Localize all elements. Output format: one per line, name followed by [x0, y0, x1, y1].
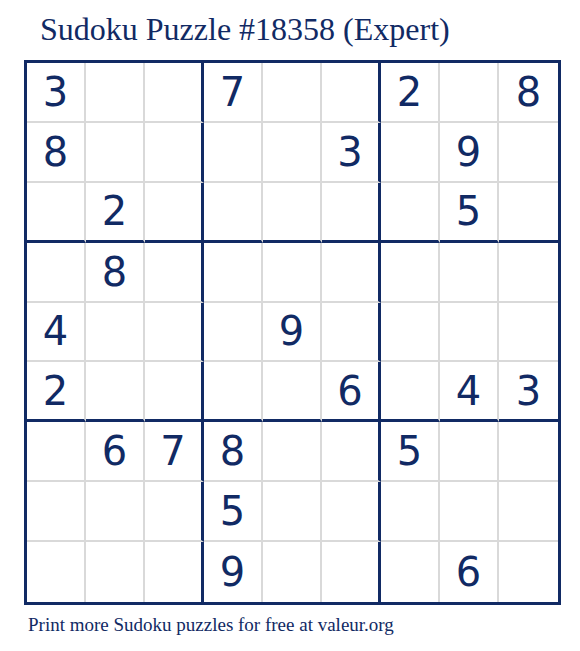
- sudoku-cell-r1c7: 2: [381, 63, 440, 123]
- sudoku-cell-r6c3: [145, 362, 204, 422]
- sudoku-cell-r7c8: [440, 422, 499, 482]
- sudoku-cell-r8c2: [86, 482, 145, 542]
- sudoku-cell-r6c1: 2: [27, 362, 86, 422]
- sudoku-cell-r2c3: [145, 123, 204, 183]
- sudoku-cell-r4c8: [440, 243, 499, 303]
- sudoku-cell-r2c1: 8: [27, 123, 86, 183]
- sudoku-cell-r4c5: [263, 243, 322, 303]
- sudoku-cell-r3c3: [145, 183, 204, 243]
- sudoku-cell-r9c9: [499, 542, 558, 602]
- sudoku-cell-r5c7: [381, 303, 440, 363]
- sudoku-cell-r6c5: [263, 362, 322, 422]
- sudoku-cell-r5c6: [322, 303, 381, 363]
- sudoku-cell-r8c7: [381, 482, 440, 542]
- sudoku-cell-r7c1: [27, 422, 86, 482]
- sudoku-cell-r5c1: 4: [27, 303, 86, 363]
- sudoku-cell-r6c8: 4: [440, 362, 499, 422]
- sudoku-cell-r5c2: [86, 303, 145, 363]
- sudoku-cell-r2c2: [86, 123, 145, 183]
- sudoku-cell-r4c7: [381, 243, 440, 303]
- sudoku-cell-r2c8: 9: [440, 123, 499, 183]
- sudoku-cell-r9c6: [322, 542, 381, 602]
- sudoku-cell-r9c2: [86, 542, 145, 602]
- sudoku-cell-r3c4: [204, 183, 263, 243]
- sudoku-cell-r5c5: 9: [263, 303, 322, 363]
- sudoku-cell-r7c2: 6: [86, 422, 145, 482]
- sudoku-cell-r8c4: 5: [204, 482, 263, 542]
- sudoku-cell-r8c1: [27, 482, 86, 542]
- sudoku-cell-r3c8: 5: [440, 183, 499, 243]
- sudoku-cell-r4c3: [145, 243, 204, 303]
- sudoku-cell-r8c3: [145, 482, 204, 542]
- sudoku-cell-r7c9: [499, 422, 558, 482]
- sudoku-cell-r2c9: [499, 123, 558, 183]
- sudoku-cell-r6c7: [381, 362, 440, 422]
- sudoku-cell-r3c9: [499, 183, 558, 243]
- sudoku-cell-r9c3: [145, 542, 204, 602]
- sudoku-cell-r3c1: [27, 183, 86, 243]
- sudoku-cell-r4c6: [322, 243, 381, 303]
- sudoku-cell-r9c5: [263, 542, 322, 602]
- sudoku-cell-r5c8: [440, 303, 499, 363]
- sudoku-cell-r3c6: [322, 183, 381, 243]
- sudoku-cell-r5c9: [499, 303, 558, 363]
- sudoku-cell-r1c4: 7: [204, 63, 263, 123]
- sudoku-cell-r9c1: [27, 542, 86, 602]
- sudoku-cell-r7c7: 5: [381, 422, 440, 482]
- sudoku-cell-r5c4: [204, 303, 263, 363]
- sudoku-cell-r1c8: [440, 63, 499, 123]
- sudoku-cell-r6c6: 6: [322, 362, 381, 422]
- sudoku-cell-r4c4: [204, 243, 263, 303]
- sudoku-cell-r7c6: [322, 422, 381, 482]
- sudoku-cell-r2c6: 3: [322, 123, 381, 183]
- sudoku-cell-r8c8: [440, 482, 499, 542]
- page-title: Sudoku Puzzle #18358 (Expert): [40, 12, 450, 47]
- sudoku-cell-r3c7: [381, 183, 440, 243]
- sudoku-cell-r7c4: 8: [204, 422, 263, 482]
- sudoku-cell-r3c2: 2: [86, 183, 145, 243]
- sudoku-cell-r2c5: [263, 123, 322, 183]
- sudoku-cell-r6c4: [204, 362, 263, 422]
- sudoku-cell-r4c9: [499, 243, 558, 303]
- sudoku-cell-r7c5: [263, 422, 322, 482]
- sudoku-cell-r2c4: [204, 123, 263, 183]
- sudoku-cell-r8c6: [322, 482, 381, 542]
- sudoku-cell-r9c7: [381, 542, 440, 602]
- sudoku-cell-r2c7: [381, 123, 440, 183]
- sudoku-cell-r7c3: 7: [145, 422, 204, 482]
- sudoku-cell-r6c9: 3: [499, 362, 558, 422]
- sudoku-cell-r9c4: 9: [204, 542, 263, 602]
- sudoku-cell-r9c8: 6: [440, 542, 499, 602]
- footer-credit: Print more Sudoku puzzles for free at va…: [28, 614, 394, 637]
- sudoku-cell-r1c2: [86, 63, 145, 123]
- sudoku-cell-r1c6: [322, 63, 381, 123]
- sudoku-cell-r1c5: [263, 63, 322, 123]
- sudoku-cell-r8c9: [499, 482, 558, 542]
- sudoku-cell-r8c5: [263, 482, 322, 542]
- sudoku-cell-r6c2: [86, 362, 145, 422]
- sudoku-board: 37288392584926436785596: [24, 60, 561, 605]
- sudoku-cell-r1c3: [145, 63, 204, 123]
- sudoku-cell-r4c2: 8: [86, 243, 145, 303]
- sudoku-cell-r5c3: [145, 303, 204, 363]
- sudoku-cell-r3c5: [263, 183, 322, 243]
- sudoku-cell-r1c9: 8: [499, 63, 558, 123]
- sudoku-cell-r1c1: 3: [27, 63, 86, 123]
- sudoku-cell-r4c1: [27, 243, 86, 303]
